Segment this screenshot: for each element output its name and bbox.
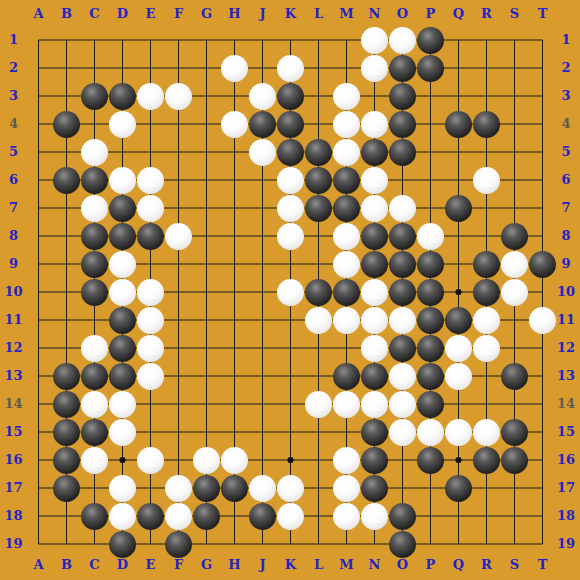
coordinate-label: 18: [552, 508, 580, 524]
stone-white[interactable]: [277, 279, 304, 306]
stone-black[interactable]: [473, 447, 500, 474]
stone-black[interactable]: [109, 83, 136, 110]
stone-white[interactable]: [473, 167, 500, 194]
coordinate-label: 6: [0, 172, 27, 188]
coordinate-label: 19: [0, 536, 27, 552]
coordinate-label: 1: [552, 32, 580, 48]
stone-black[interactable]: [81, 419, 108, 446]
stone-white[interactable]: [137, 335, 164, 362]
stone-black[interactable]: [53, 419, 80, 446]
stone-black[interactable]: [249, 111, 276, 138]
stone-white[interactable]: [81, 195, 108, 222]
stone-black[interactable]: [53, 447, 80, 474]
stone-black[interactable]: [81, 503, 108, 530]
coordinate-label: D: [109, 6, 137, 22]
coordinate-label: 5: [0, 144, 27, 160]
stone-black[interactable]: [417, 27, 444, 54]
coordinate-label: 10: [552, 284, 580, 300]
coordinate-label: 8: [552, 228, 580, 244]
stone-white[interactable]: [109, 391, 136, 418]
stone-white[interactable]: [445, 419, 472, 446]
coordinate-label: 13: [0, 368, 27, 384]
stone-white[interactable]: [137, 307, 164, 334]
coordinate-label: L: [305, 557, 333, 573]
coordinate-label: B: [53, 557, 81, 573]
stone-white[interactable]: [333, 447, 360, 474]
stone-black[interactable]: [417, 279, 444, 306]
hoshi-point: [455, 457, 461, 463]
coordinate-label: A: [25, 6, 53, 22]
stone-black[interactable]: [109, 363, 136, 390]
stone-white[interactable]: [305, 391, 332, 418]
stone-white[interactable]: [361, 55, 388, 82]
stone-black[interactable]: [109, 195, 136, 222]
coordinate-label: 7: [0, 200, 27, 216]
coordinate-label: F: [165, 6, 193, 22]
stone-black[interactable]: [137, 503, 164, 530]
stone-white[interactable]: [277, 195, 304, 222]
stone-black[interactable]: [361, 419, 388, 446]
coordinate-label: 11: [552, 312, 580, 328]
stone-black[interactable]: [389, 503, 416, 530]
stone-black[interactable]: [193, 475, 220, 502]
stone-black[interactable]: [277, 83, 304, 110]
stone-white[interactable]: [137, 195, 164, 222]
coordinate-label: R: [473, 557, 501, 573]
stone-white[interactable]: [333, 503, 360, 530]
stone-black[interactable]: [333, 279, 360, 306]
coordinate-label: 9: [552, 256, 580, 272]
coordinate-label: K: [277, 6, 305, 22]
stone-black[interactable]: [361, 223, 388, 250]
stone-white[interactable]: [109, 419, 136, 446]
stone-white[interactable]: [417, 419, 444, 446]
stone-white[interactable]: [109, 111, 136, 138]
stone-white[interactable]: [249, 475, 276, 502]
stone-white[interactable]: [81, 391, 108, 418]
hoshi-point: [287, 457, 293, 463]
stone-white[interactable]: [109, 251, 136, 278]
stone-black[interactable]: [165, 531, 192, 558]
coordinate-label: 2: [552, 60, 580, 76]
stone-black[interactable]: [445, 475, 472, 502]
stone-white[interactable]: [165, 503, 192, 530]
stone-black[interactable]: [277, 111, 304, 138]
coordinate-label: G: [193, 557, 221, 573]
coordinate-label: F: [165, 557, 193, 573]
stone-black[interactable]: [361, 251, 388, 278]
coordinate-label: 1: [0, 32, 27, 48]
stone-black[interactable]: [81, 363, 108, 390]
stone-black[interactable]: [81, 83, 108, 110]
stone-black[interactable]: [81, 223, 108, 250]
stone-white[interactable]: [109, 503, 136, 530]
stone-white[interactable]: [445, 335, 472, 362]
stone-white[interactable]: [221, 55, 248, 82]
coordinate-label: 10: [0, 284, 27, 300]
coordinate-label: T: [529, 557, 557, 573]
coordinate-label: E: [137, 6, 165, 22]
stone-black[interactable]: [305, 167, 332, 194]
stone-black[interactable]: [501, 223, 528, 250]
stone-white[interactable]: [165, 223, 192, 250]
stone-white[interactable]: [473, 335, 500, 362]
coordinate-label: T: [529, 6, 557, 22]
stone-black[interactable]: [389, 139, 416, 166]
stone-white[interactable]: [361, 279, 388, 306]
stone-black[interactable]: [445, 307, 472, 334]
stone-white[interactable]: [109, 167, 136, 194]
stone-white[interactable]: [249, 83, 276, 110]
coordinate-label: Q: [445, 6, 473, 22]
stone-black[interactable]: [445, 111, 472, 138]
coordinate-label: B: [53, 6, 81, 22]
stone-black[interactable]: [445, 195, 472, 222]
stone-white[interactable]: [333, 307, 360, 334]
stone-white[interactable]: [277, 55, 304, 82]
stone-white[interactable]: [361, 27, 388, 54]
stone-black[interactable]: [389, 251, 416, 278]
stone-black[interactable]: [109, 531, 136, 558]
coordinate-label: S: [501, 557, 529, 573]
stone-black[interactable]: [305, 195, 332, 222]
stone-black[interactable]: [361, 475, 388, 502]
stone-black[interactable]: [137, 223, 164, 250]
stone-black[interactable]: [333, 195, 360, 222]
stone-white[interactable]: [221, 111, 248, 138]
coordinate-label: 16: [552, 452, 580, 468]
stone-white[interactable]: [333, 475, 360, 502]
stone-white[interactable]: [361, 167, 388, 194]
coordinate-label: J: [249, 557, 277, 573]
stone-black[interactable]: [53, 363, 80, 390]
stone-white[interactable]: [333, 111, 360, 138]
coordinate-label: 12: [0, 340, 27, 356]
stone-white[interactable]: [221, 447, 248, 474]
stone-black[interactable]: [501, 419, 528, 446]
coordinate-label: M: [333, 557, 361, 573]
stone-black[interactable]: [417, 363, 444, 390]
stone-black[interactable]: [501, 363, 528, 390]
stone-white[interactable]: [333, 391, 360, 418]
coordinate-label: C: [81, 6, 109, 22]
coordinate-label: N: [361, 557, 389, 573]
stone-white[interactable]: [137, 279, 164, 306]
stone-white[interactable]: [361, 111, 388, 138]
coordinate-label: A: [25, 557, 53, 573]
stone-black[interactable]: [109, 307, 136, 334]
coordinate-label: R: [473, 6, 501, 22]
stone-black[interactable]: [361, 447, 388, 474]
stone-white[interactable]: [305, 307, 332, 334]
coordinate-label: O: [389, 557, 417, 573]
coordinate-label: G: [193, 6, 221, 22]
stone-white[interactable]: [81, 335, 108, 362]
coordinate-label: H: [221, 6, 249, 22]
stone-black[interactable]: [249, 503, 276, 530]
stone-white[interactable]: [361, 503, 388, 530]
stone-white[interactable]: [389, 27, 416, 54]
coordinate-label: 2: [0, 60, 27, 76]
stone-black[interactable]: [333, 167, 360, 194]
coordinate-label: 16: [0, 452, 27, 468]
coordinate-label: 9: [0, 256, 27, 272]
coordinate-label: 4: [0, 116, 27, 132]
coordinate-label: 19: [552, 536, 580, 552]
stone-black[interactable]: [473, 279, 500, 306]
coordinate-label: 11: [0, 312, 27, 328]
stone-white[interactable]: [445, 363, 472, 390]
stone-white[interactable]: [361, 335, 388, 362]
stone-white[interactable]: [389, 195, 416, 222]
coordinate-label: N: [361, 6, 389, 22]
coordinate-label: 14: [0, 396, 27, 412]
stone-white[interactable]: [501, 251, 528, 278]
stone-white[interactable]: [389, 307, 416, 334]
stone-white[interactable]: [389, 363, 416, 390]
stone-white[interactable]: [473, 307, 500, 334]
stone-white[interactable]: [165, 475, 192, 502]
coordinate-label: 13: [552, 368, 580, 384]
stone-black[interactable]: [389, 83, 416, 110]
stone-black[interactable]: [305, 279, 332, 306]
stone-black[interactable]: [529, 251, 556, 278]
stone-white[interactable]: [137, 363, 164, 390]
coordinate-label: K: [277, 557, 305, 573]
stone-black[interactable]: [81, 167, 108, 194]
stone-black[interactable]: [53, 391, 80, 418]
go-board[interactable]: AABBCCDDEEFFGGHHJJKKLLMMNNOOPPQQRRSSTT11…: [0, 0, 580, 580]
stone-white[interactable]: [81, 447, 108, 474]
coordinate-label: 3: [0, 88, 27, 104]
hoshi-point: [119, 457, 125, 463]
coordinate-label: P: [417, 6, 445, 22]
stone-black[interactable]: [389, 111, 416, 138]
coordinate-label: C: [81, 557, 109, 573]
stone-black[interactable]: [417, 55, 444, 82]
stone-white[interactable]: [417, 223, 444, 250]
coordinate-label: O: [389, 6, 417, 22]
stone-white[interactable]: [333, 83, 360, 110]
stone-white[interactable]: [109, 279, 136, 306]
stone-black[interactable]: [417, 307, 444, 334]
stone-black[interactable]: [389, 279, 416, 306]
coordinate-label: S: [501, 6, 529, 22]
coordinate-label: E: [137, 557, 165, 573]
coordinate-label: 18: [0, 508, 27, 524]
stone-white[interactable]: [137, 83, 164, 110]
coordinate-label: 5: [552, 144, 580, 160]
stone-white[interactable]: [501, 279, 528, 306]
stone-black[interactable]: [277, 139, 304, 166]
coordinate-label: 15: [0, 424, 27, 440]
stone-white[interactable]: [361, 391, 388, 418]
coordinate-label: 12: [552, 340, 580, 356]
coordinate-label: D: [109, 557, 137, 573]
stone-white[interactable]: [389, 391, 416, 418]
stone-black[interactable]: [53, 111, 80, 138]
stone-white[interactable]: [361, 307, 388, 334]
stone-white[interactable]: [277, 223, 304, 250]
coordinate-label: H: [221, 557, 249, 573]
stone-white[interactable]: [193, 447, 220, 474]
stone-black[interactable]: [305, 139, 332, 166]
stone-white[interactable]: [249, 139, 276, 166]
stone-white[interactable]: [473, 419, 500, 446]
stone-black[interactable]: [417, 447, 444, 474]
stone-black[interactable]: [389, 531, 416, 558]
stone-black[interactable]: [193, 503, 220, 530]
coordinate-label: J: [249, 6, 277, 22]
coordinate-label: 8: [0, 228, 27, 244]
stone-black[interactable]: [81, 279, 108, 306]
stone-black[interactable]: [361, 139, 388, 166]
stone-white[interactable]: [277, 167, 304, 194]
coordinate-label: 4: [552, 116, 580, 132]
stone-black[interactable]: [109, 335, 136, 362]
stone-white[interactable]: [361, 195, 388, 222]
stone-black[interactable]: [417, 391, 444, 418]
hoshi-point: [455, 289, 461, 295]
stone-black[interactable]: [417, 335, 444, 362]
stone-black[interactable]: [389, 55, 416, 82]
stone-white[interactable]: [165, 83, 192, 110]
stone-black[interactable]: [53, 167, 80, 194]
stone-white[interactable]: [333, 223, 360, 250]
stone-white[interactable]: [109, 475, 136, 502]
coordinate-label: 15: [552, 424, 580, 440]
coordinate-label: 6: [552, 172, 580, 188]
coordinate-label: P: [417, 557, 445, 573]
stone-black[interactable]: [81, 251, 108, 278]
coordinate-label: 7: [552, 200, 580, 216]
stone-white[interactable]: [333, 139, 360, 166]
stone-black[interactable]: [389, 223, 416, 250]
coordinate-label: Q: [445, 557, 473, 573]
stone-black[interactable]: [389, 335, 416, 362]
stone-white[interactable]: [277, 503, 304, 530]
stone-white[interactable]: [137, 447, 164, 474]
stone-black[interactable]: [333, 363, 360, 390]
stone-white[interactable]: [81, 139, 108, 166]
stone-black[interactable]: [473, 251, 500, 278]
coordinate-label: 17: [552, 480, 580, 496]
stone-white[interactable]: [137, 167, 164, 194]
stone-black[interactable]: [109, 223, 136, 250]
coordinate-label: 3: [552, 88, 580, 104]
stone-white[interactable]: [277, 475, 304, 502]
coordinate-label: M: [333, 6, 361, 22]
stone-black[interactable]: [221, 475, 248, 502]
stone-white[interactable]: [529, 307, 556, 334]
coordinate-label: L: [305, 6, 333, 22]
stone-black[interactable]: [473, 111, 500, 138]
coordinate-label: 14: [552, 396, 580, 412]
stone-white[interactable]: [333, 251, 360, 278]
stone-black[interactable]: [417, 251, 444, 278]
stone-black[interactable]: [501, 447, 528, 474]
stone-black[interactable]: [361, 363, 388, 390]
stone-black[interactable]: [53, 475, 80, 502]
coordinate-label: 17: [0, 480, 27, 496]
stone-white[interactable]: [389, 419, 416, 446]
